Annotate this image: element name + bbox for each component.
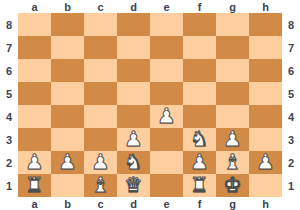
- rank-label-right-8: 8: [282, 13, 300, 36]
- square-b4[interactable]: [51, 105, 84, 128]
- chess-diagram: abcdefgh887766554♟43♟♞♟32♟♟♟♞♟♝♟21♜♝♛♜♚1…: [0, 0, 300, 210]
- white-pawn[interactable]: ♟: [256, 151, 275, 174]
- file-label-bottom-g: g: [216, 197, 249, 210]
- square-d1[interactable]: ♛: [117, 174, 150, 197]
- square-c2[interactable]: ♟: [84, 151, 117, 174]
- square-a1[interactable]: ♜: [18, 174, 51, 197]
- file-label-top-h: h: [249, 0, 282, 13]
- square-e3[interactable]: [150, 128, 183, 151]
- square-a6[interactable]: [18, 59, 51, 82]
- square-c4[interactable]: [84, 105, 117, 128]
- square-g1[interactable]: ♚: [216, 174, 249, 197]
- square-g7[interactable]: [216, 36, 249, 59]
- white-pawn[interactable]: ♟: [124, 128, 143, 151]
- rank-label-left-7: 7: [0, 36, 18, 59]
- rank-label-left-4: 4: [0, 105, 18, 128]
- white-king[interactable]: ♚: [223, 174, 242, 197]
- corner-bottom-left: [0, 197, 18, 210]
- rank-label-left-6: 6: [0, 59, 18, 82]
- square-d5[interactable]: [117, 82, 150, 105]
- rank-label-right-7: 7: [282, 36, 300, 59]
- rank-label-right-3: 3: [282, 128, 300, 151]
- square-h7[interactable]: [249, 36, 282, 59]
- square-h5[interactable]: [249, 82, 282, 105]
- file-label-bottom-b: b: [51, 197, 84, 210]
- file-label-top-g: g: [216, 0, 249, 13]
- white-pawn[interactable]: ♟: [58, 151, 77, 174]
- square-h8[interactable]: [249, 13, 282, 36]
- rank-label-left-5: 5: [0, 82, 18, 105]
- square-c5[interactable]: [84, 82, 117, 105]
- rank-label-left-2: 2: [0, 151, 18, 174]
- square-e2[interactable]: [150, 151, 183, 174]
- white-pawn[interactable]: ♟: [190, 151, 209, 174]
- square-b7[interactable]: [51, 36, 84, 59]
- corner-top-right: [282, 0, 300, 13]
- corner-top-left: [0, 0, 18, 13]
- rank-label-right-4: 4: [282, 105, 300, 128]
- square-a3[interactable]: [18, 128, 51, 151]
- file-label-bottom-e: e: [150, 197, 183, 210]
- square-d2[interactable]: ♞: [117, 151, 150, 174]
- square-a5[interactable]: [18, 82, 51, 105]
- square-c6[interactable]: [84, 59, 117, 82]
- square-a4[interactable]: [18, 105, 51, 128]
- square-c8[interactable]: [84, 13, 117, 36]
- square-e5[interactable]: [150, 82, 183, 105]
- square-d3[interactable]: ♟: [117, 128, 150, 151]
- square-c3[interactable]: [84, 128, 117, 151]
- square-f2[interactable]: ♟: [183, 151, 216, 174]
- white-queen[interactable]: ♛: [124, 174, 143, 197]
- square-g2[interactable]: ♝: [216, 151, 249, 174]
- square-h3[interactable]: [249, 128, 282, 151]
- square-e6[interactable]: [150, 59, 183, 82]
- square-e1[interactable]: [150, 174, 183, 197]
- square-h1[interactable]: [249, 174, 282, 197]
- corner-bottom-right: [282, 197, 300, 210]
- square-g5[interactable]: [216, 82, 249, 105]
- file-label-bottom-h: h: [249, 197, 282, 210]
- white-knight[interactable]: ♞: [124, 151, 143, 174]
- white-rook[interactable]: ♜: [190, 174, 209, 197]
- white-rook[interactable]: ♜: [25, 174, 44, 197]
- square-c7[interactable]: [84, 36, 117, 59]
- file-label-bottom-c: c: [84, 197, 117, 210]
- file-label-bottom-f: f: [183, 197, 216, 210]
- square-h6[interactable]: [249, 59, 282, 82]
- file-label-bottom-a: a: [18, 197, 51, 210]
- rank-label-right-2: 2: [282, 151, 300, 174]
- file-label-top-c: c: [84, 0, 117, 13]
- square-c1[interactable]: ♝: [84, 174, 117, 197]
- file-label-top-b: b: [51, 0, 84, 13]
- white-pawn[interactable]: ♟: [157, 105, 176, 128]
- square-g6[interactable]: [216, 59, 249, 82]
- white-pawn[interactable]: ♟: [91, 151, 110, 174]
- file-label-top-f: f: [183, 0, 216, 13]
- square-a7[interactable]: [18, 36, 51, 59]
- square-a8[interactable]: [18, 13, 51, 36]
- square-f3[interactable]: ♞: [183, 128, 216, 151]
- square-d4[interactable]: [117, 105, 150, 128]
- rank-label-right-5: 5: [282, 82, 300, 105]
- white-pawn[interactable]: ♟: [25, 151, 44, 174]
- square-f8[interactable]: [183, 13, 216, 36]
- rank-label-left-1: 1: [0, 174, 18, 197]
- square-e7[interactable]: [150, 36, 183, 59]
- square-b3[interactable]: [51, 128, 84, 151]
- square-a2[interactable]: ♟: [18, 151, 51, 174]
- square-h4[interactable]: [249, 105, 282, 128]
- square-b5[interactable]: [51, 82, 84, 105]
- file-label-top-d: d: [117, 0, 150, 13]
- square-g4[interactable]: [216, 105, 249, 128]
- square-g3[interactable]: ♟: [216, 128, 249, 151]
- square-d7[interactable]: [117, 36, 150, 59]
- rank-label-left-8: 8: [0, 13, 18, 36]
- file-label-top-e: e: [150, 0, 183, 13]
- square-e4[interactable]: ♟: [150, 105, 183, 128]
- rank-label-right-1: 1: [282, 174, 300, 197]
- square-b6[interactable]: [51, 59, 84, 82]
- square-b8[interactable]: [51, 13, 84, 36]
- white-bishop[interactable]: ♝: [91, 174, 110, 197]
- file-label-bottom-d: d: [117, 197, 150, 210]
- file-label-top-a: a: [18, 0, 51, 13]
- square-e8[interactable]: [150, 13, 183, 36]
- square-b2[interactable]: ♟: [51, 151, 84, 174]
- white-pawn[interactable]: ♟: [223, 128, 242, 151]
- rank-label-left-3: 3: [0, 128, 18, 151]
- square-d6[interactable]: [117, 59, 150, 82]
- square-h2[interactable]: ♟: [249, 151, 282, 174]
- rank-label-right-6: 6: [282, 59, 300, 82]
- square-f5[interactable]: [183, 82, 216, 105]
- square-b1[interactable]: [51, 174, 84, 197]
- square-d8[interactable]: [117, 13, 150, 36]
- white-bishop[interactable]: ♝: [223, 151, 242, 174]
- square-f7[interactable]: [183, 36, 216, 59]
- square-f1[interactable]: ♜: [183, 174, 216, 197]
- white-knight[interactable]: ♞: [190, 128, 209, 151]
- square-g8[interactable]: [216, 13, 249, 36]
- square-f4[interactable]: [183, 105, 216, 128]
- square-f6[interactable]: [183, 59, 216, 82]
